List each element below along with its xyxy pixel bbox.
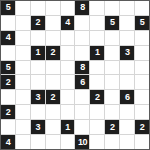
empty-cell-r2c4[interactable] <box>46 16 60 30</box>
empty-cell-r1c10[interactable] <box>135 1 149 15</box>
empty-cell-r5c10[interactable] <box>135 61 149 75</box>
empty-cell-r4c5[interactable] <box>61 46 75 60</box>
empty-cell-r3c5[interactable] <box>61 31 75 45</box>
clue-cell-r5c6: 8 <box>75 61 89 75</box>
empty-cell-r1c4[interactable] <box>46 1 60 15</box>
empty-cell-r6c5[interactable] <box>61 75 75 89</box>
clue-cell-r6c6: 6 <box>75 75 89 89</box>
empty-cell-r4c6[interactable] <box>75 46 89 60</box>
empty-cell-r7c5[interactable] <box>61 90 75 104</box>
empty-cell-r9c4[interactable] <box>46 120 60 134</box>
empty-cell-r5c3[interactable] <box>31 61 45 75</box>
empty-cell-r3c9[interactable] <box>120 31 134 45</box>
clue-cell-r10c6: 10 <box>75 135 89 149</box>
empty-cell-r9c7[interactable] <box>90 120 104 134</box>
empty-cell-r6c10[interactable] <box>135 75 149 89</box>
empty-cell-r9c2[interactable] <box>16 120 30 134</box>
empty-cell-r1c9[interactable] <box>120 1 134 15</box>
empty-cell-r6c4[interactable] <box>46 75 60 89</box>
clue-cell-r2c8: 5 <box>105 16 119 30</box>
empty-cell-r4c2[interactable] <box>16 46 30 60</box>
clue-cell-r3c1: 4 <box>1 31 15 45</box>
empty-cell-r10c8[interactable] <box>105 135 119 149</box>
empty-cell-r10c3[interactable] <box>31 135 45 149</box>
clue-cell-r7c7: 2 <box>90 90 104 104</box>
empty-cell-r2c2[interactable] <box>16 16 30 30</box>
empty-cell-r10c10[interactable] <box>135 135 149 149</box>
empty-cell-r10c4[interactable] <box>46 135 60 149</box>
empty-cell-r4c10[interactable] <box>135 46 149 60</box>
clue-cell-r2c3: 2 <box>31 16 45 30</box>
empty-cell-r5c4[interactable] <box>46 61 60 75</box>
empty-cell-r7c2[interactable] <box>16 90 30 104</box>
empty-cell-r8c8[interactable] <box>105 105 119 119</box>
empty-cell-r8c4[interactable] <box>46 105 60 119</box>
empty-cell-r3c2[interactable] <box>16 31 30 45</box>
empty-cell-r3c10[interactable] <box>135 31 149 45</box>
clue-cell-r5c1: 5 <box>1 61 15 75</box>
empty-cell-r9c6[interactable] <box>75 120 89 134</box>
empty-cell-r9c9[interactable] <box>120 120 134 134</box>
clue-cell-r10c1: 4 <box>1 135 15 149</box>
clue-cell-r7c4: 2 <box>46 90 60 104</box>
clue-cell-r8c1: 2 <box>1 105 15 119</box>
empty-cell-r1c2[interactable] <box>16 1 30 15</box>
empty-cell-r1c8[interactable] <box>105 1 119 15</box>
clue-cell-r9c5: 1 <box>61 120 75 134</box>
empty-cell-r3c8[interactable] <box>105 31 119 45</box>
clue-cell-r7c9: 6 <box>120 90 134 104</box>
empty-cell-r6c7[interactable] <box>90 75 104 89</box>
empty-cell-r5c2[interactable] <box>16 61 30 75</box>
empty-cell-r8c9[interactable] <box>120 105 134 119</box>
empty-cell-r10c2[interactable] <box>16 135 30 149</box>
clue-cell-r9c8: 2 <box>105 120 119 134</box>
empty-cell-r2c7[interactable] <box>90 16 104 30</box>
clue-cell-r4c7: 1 <box>90 46 104 60</box>
empty-cell-r8c2[interactable] <box>16 105 30 119</box>
clue-cell-r2c10: 5 <box>135 16 149 30</box>
empty-cell-r5c8[interactable] <box>105 61 119 75</box>
empty-cell-r8c5[interactable] <box>61 105 75 119</box>
clue-cell-r4c9: 3 <box>120 46 134 60</box>
empty-cell-r5c7[interactable] <box>90 61 104 75</box>
empty-cell-r10c5[interactable] <box>61 135 75 149</box>
empty-cell-r7c6[interactable] <box>75 90 89 104</box>
clue-cell-r1c6: 8 <box>75 1 89 15</box>
clue-cell-r7c3: 3 <box>31 90 45 104</box>
empty-cell-r1c3[interactable] <box>31 1 45 15</box>
empty-cell-r8c7[interactable] <box>90 105 104 119</box>
empty-cell-r6c8[interactable] <box>105 75 119 89</box>
empty-cell-r4c1[interactable] <box>1 46 15 60</box>
empty-cell-r9c1[interactable] <box>1 120 15 134</box>
empty-cell-r3c3[interactable] <box>31 31 45 45</box>
empty-cell-r7c1[interactable] <box>1 90 15 104</box>
clue-cell-r9c10: 2 <box>135 120 149 134</box>
clue-cell-r2c5: 4 <box>61 16 75 30</box>
empty-cell-r5c5[interactable] <box>61 61 75 75</box>
empty-cell-r3c7[interactable] <box>90 31 104 45</box>
empty-cell-r6c9[interactable] <box>120 75 134 89</box>
clue-cell-r4c3: 1 <box>31 46 45 60</box>
empty-cell-r2c6[interactable] <box>75 16 89 30</box>
empty-cell-r1c7[interactable] <box>90 1 104 15</box>
empty-cell-r6c2[interactable] <box>16 75 30 89</box>
empty-cell-r8c10[interactable] <box>135 105 149 119</box>
empty-cell-r5c9[interactable] <box>120 61 134 75</box>
empty-cell-r3c6[interactable] <box>75 31 89 45</box>
empty-cell-r7c8[interactable] <box>105 90 119 104</box>
empty-cell-r8c6[interactable] <box>75 105 89 119</box>
empty-cell-r6c3[interactable] <box>31 75 45 89</box>
empty-cell-r2c9[interactable] <box>120 16 134 30</box>
empty-cell-r1c5[interactable] <box>61 1 75 15</box>
clue-cell-r6c1: 2 <box>1 75 15 89</box>
empty-cell-r8c3[interactable] <box>31 105 45 119</box>
empty-cell-r10c9[interactable] <box>120 135 134 149</box>
puzzle-board: 582455412135826322623122410 <box>0 0 150 150</box>
clue-cell-r4c4: 2 <box>46 46 60 60</box>
empty-cell-r2c1[interactable] <box>1 16 15 30</box>
clue-cell-r1c1: 5 <box>1 1 15 15</box>
empty-cell-r4c8[interactable] <box>105 46 119 60</box>
empty-cell-r3c4[interactable] <box>46 31 60 45</box>
empty-cell-r7c10[interactable] <box>135 90 149 104</box>
empty-cell-r10c7[interactable] <box>90 135 104 149</box>
clue-cell-r9c3: 3 <box>31 120 45 134</box>
